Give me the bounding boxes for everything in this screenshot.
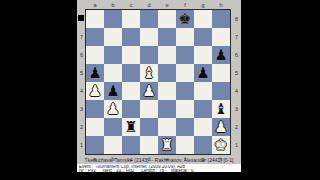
white-rook-e1[interactable]: ♜ — [158, 136, 176, 154]
square-b3[interactable]: ♟ — [104, 100, 122, 118]
square-d6[interactable] — [140, 46, 158, 64]
square-f5[interactable] — [176, 64, 194, 82]
square-e2[interactable] — [158, 118, 176, 136]
square-a1[interactable] — [86, 136, 104, 154]
square-h4[interactable] — [212, 82, 230, 100]
square-c2[interactable]: ♜ — [122, 118, 140, 136]
file-label-d: d — [140, 2, 158, 9]
white-pawn-h2[interactable]: ♟ — [212, 118, 230, 136]
square-d4[interactable]: ♟ — [140, 82, 158, 100]
stat-label: Material : — [171, 169, 190, 173]
square-h3[interactable]: ♝ — [212, 100, 230, 118]
square-g3[interactable] — [194, 100, 212, 118]
square-g2[interactable] — [194, 118, 212, 136]
rank-labels-left: 7654321 — [78, 10, 85, 154]
stat-value: P93 — [88, 169, 96, 173]
rank-label-2: 2 — [78, 118, 85, 136]
square-e5[interactable] — [158, 64, 176, 82]
square-a5[interactable]: ♟ — [86, 64, 104, 82]
square-f2[interactable] — [176, 118, 194, 136]
rank-labels-right: 87654321 — [233, 10, 240, 154]
square-b4[interactable]: ♟ — [104, 82, 122, 100]
square-h5[interactable] — [212, 64, 230, 82]
file-label-g: g — [194, 2, 212, 9]
rank-label-1: 1 — [233, 136, 240, 154]
stat-material: Material :0 — [171, 169, 194, 173]
stat-value: 33... Rd2 — [116, 169, 134, 173]
video-frame: { "game": "chess", "position": { "fen": … — [0, 0, 320, 180]
rank-label-5: 5 — [233, 64, 240, 82]
black-pawn-g5[interactable]: ♟ — [194, 64, 212, 82]
square-b6[interactable] — [104, 46, 122, 64]
rank-label-7: 7 — [78, 28, 85, 46]
square-c4[interactable] — [122, 82, 140, 100]
square-d5[interactable]: ♝ — [140, 64, 158, 82]
diagram-panel: abcdefgh abcdefgh 7654321 87654321 ♚♟♟♝♟… — [77, 0, 241, 172]
square-b2[interactable] — [104, 118, 122, 136]
square-c7[interactable] — [122, 28, 140, 46]
rank-label-8: 8 — [233, 10, 240, 28]
rank-label-3: 3 — [233, 100, 240, 118]
file-label-h: h — [212, 2, 230, 9]
stat-label: Nr : — [79, 169, 86, 173]
square-h2[interactable]: ♟ — [212, 118, 230, 136]
square-h6[interactable]: ♟ — [212, 46, 230, 64]
stat-nr: Nr :P93 — [79, 169, 96, 173]
file-label-e: e — [158, 2, 176, 9]
square-f7[interactable] — [176, 28, 194, 46]
square-c8[interactable] — [122, 10, 140, 28]
chess-board: ♚♟♟♝♟♟♟♟♟♝♜♟♜♚ — [86, 10, 230, 154]
square-e4[interactable] — [158, 82, 176, 100]
file-label-b: b — [104, 2, 122, 9]
square-b5[interactable] — [104, 64, 122, 82]
white-bishop-d5[interactable]: ♝ — [140, 64, 158, 82]
square-g7[interactable] — [194, 28, 212, 46]
stats-line: Nr :P93Next :33... Rd2Length :76Material… — [79, 169, 239, 173]
square-h8[interactable] — [212, 10, 230, 28]
square-h7[interactable] — [212, 28, 230, 46]
rank-label-4: 4 — [233, 82, 240, 100]
stat-label: Next : — [103, 169, 115, 173]
square-g6[interactable] — [194, 46, 212, 64]
square-g1[interactable] — [194, 136, 212, 154]
white-pawn-a4[interactable]: ♟ — [86, 82, 104, 100]
rank-label-4: 4 — [78, 82, 85, 100]
rank-label-3: 3 — [78, 100, 85, 118]
square-b7[interactable] — [104, 28, 122, 46]
square-a3[interactable] — [86, 100, 104, 118]
square-f4[interactable] — [176, 82, 194, 100]
stat-length: Length :76 — [141, 169, 164, 173]
square-d8[interactable] — [140, 10, 158, 28]
black-to-move-indicator — [78, 15, 84, 21]
black-pawn-a5[interactable]: ♟ — [86, 64, 104, 82]
square-c6[interactable] — [122, 46, 140, 64]
rank-label-7: 7 — [233, 28, 240, 46]
stat-value: 0 — [191, 169, 194, 173]
black-pawn-h6[interactable]: ♟ — [212, 46, 230, 64]
stat-label: Length : — [141, 169, 157, 173]
square-g5[interactable]: ♟ — [194, 64, 212, 82]
square-h1[interactable]: ♚ — [212, 136, 230, 154]
square-d7[interactable] — [140, 28, 158, 46]
square-f8[interactable]: ♚ — [176, 10, 194, 28]
square-e1[interactable]: ♜ — [158, 136, 176, 154]
square-a7[interactable] — [86, 28, 104, 46]
square-c5[interactable] — [122, 64, 140, 82]
square-e6[interactable] — [158, 46, 176, 64]
square-d2[interactable] — [140, 118, 158, 136]
white-king-h1[interactable]: ♚ — [212, 136, 230, 154]
square-a4[interactable]: ♟ — [86, 82, 104, 100]
black-pawn-b4[interactable]: ♟ — [104, 82, 122, 100]
square-a8[interactable] — [86, 10, 104, 28]
square-b8[interactable] — [104, 10, 122, 28]
file-label-f: f — [176, 2, 194, 9]
black-rook-c2[interactable]: ♜ — [122, 118, 140, 136]
square-a2[interactable] — [86, 118, 104, 136]
stat-value: 76 — [159, 169, 164, 173]
board-frame: ♚♟♟♝♟♟♟♟♟♝♜♟♜♚ — [85, 9, 231, 155]
rank-label-2: 2 — [233, 118, 240, 136]
file-labels-top: abcdefgh — [86, 2, 230, 9]
square-f3[interactable] — [176, 100, 194, 118]
white-pawn-b3[interactable]: ♟ — [104, 100, 122, 118]
square-c3[interactable] — [122, 100, 140, 118]
square-d3[interactable] — [140, 100, 158, 118]
file-label-a: a — [86, 2, 104, 9]
rank-label-6: 6 — [78, 46, 85, 64]
square-f1[interactable] — [176, 136, 194, 154]
file-label-c: c — [122, 2, 140, 9]
square-b1[interactable] — [104, 136, 122, 154]
square-e7[interactable] — [158, 28, 176, 46]
square-e3[interactable] — [158, 100, 176, 118]
rank-label-5: 5 — [78, 64, 85, 82]
square-e8[interactable] — [158, 10, 176, 28]
white-pawn-d4[interactable]: ♟ — [140, 82, 158, 100]
square-c1[interactable] — [122, 136, 140, 154]
black-king-f8[interactable]: ♚ — [176, 10, 194, 28]
square-a6[interactable] — [86, 46, 104, 64]
square-g4[interactable] — [194, 82, 212, 100]
square-f6[interactable] — [176, 46, 194, 64]
square-g8[interactable] — [194, 10, 212, 28]
square-d1[interactable] — [140, 136, 158, 154]
rank-label-1: 1 — [78, 136, 85, 154]
rank-label-6: 6 — [233, 46, 240, 64]
black-bishop-h3[interactable]: ♝ — [212, 100, 230, 118]
stat-next: Next :33... Rd2 — [103, 169, 135, 173]
players-caption: Tkebuchava, Tamsike (2143) -- Rakhmanov,… — [77, 157, 241, 163]
